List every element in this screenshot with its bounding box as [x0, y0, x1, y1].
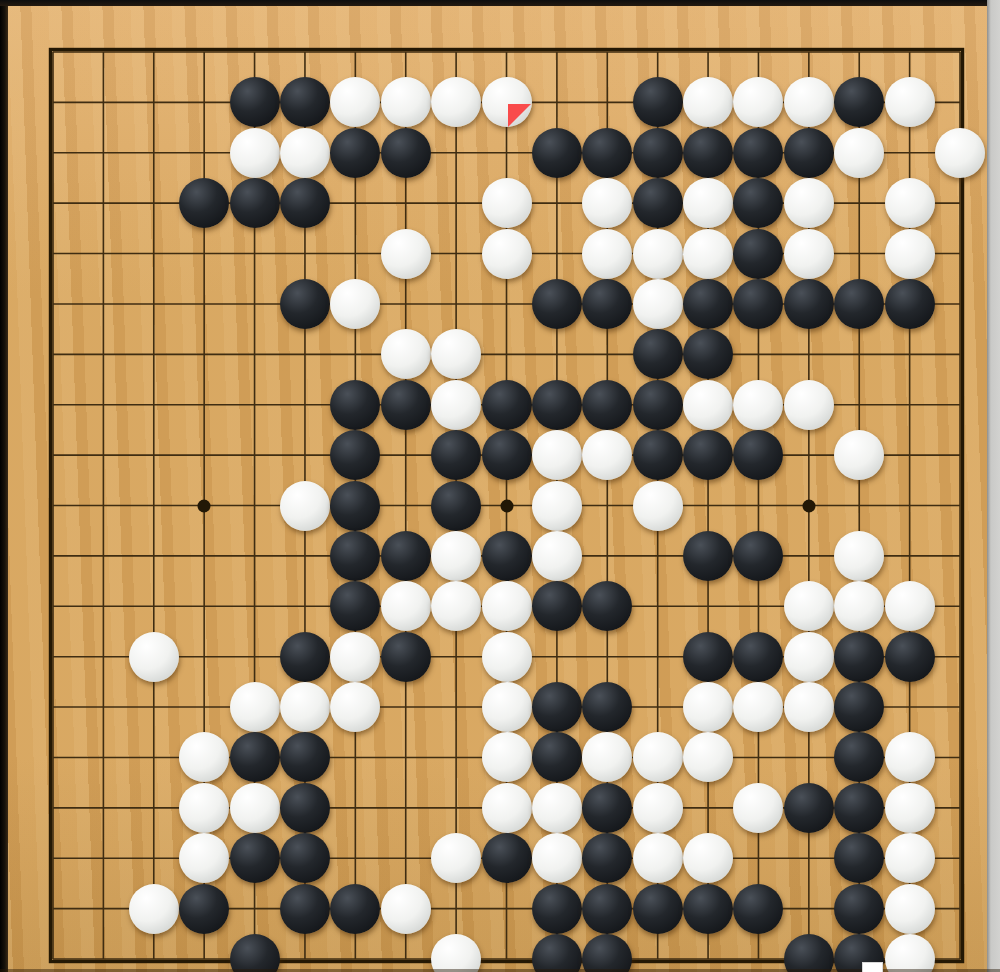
white-stone: ○	[733, 380, 783, 430]
star-point	[500, 499, 513, 512]
black-stone: ●	[381, 128, 431, 178]
black-stone: ●	[280, 783, 330, 833]
star-point	[198, 499, 211, 512]
white-stone: ○	[633, 732, 683, 782]
white-stone: ○	[381, 884, 431, 934]
white-stone: ○	[683, 178, 733, 228]
white-stone: ○	[431, 77, 481, 127]
black-stone: ●	[582, 581, 632, 631]
black-stone: ●	[230, 732, 280, 782]
black-stone: ●	[633, 430, 683, 480]
white-stone: ○	[784, 682, 834, 732]
black-stone: ●	[633, 128, 683, 178]
white-stone: ○	[582, 430, 632, 480]
black-stone: ●	[280, 279, 330, 329]
white-stone: ○	[381, 77, 431, 127]
white-stone: ○	[633, 833, 683, 883]
white-stone: ○	[280, 128, 330, 178]
black-stone: ●	[280, 632, 330, 682]
black-stone: ●	[834, 632, 884, 682]
black-stone: ●	[532, 279, 582, 329]
ui-artifact-box	[862, 962, 883, 972]
white-stone: ○	[330, 77, 380, 127]
black-stone: ●	[683, 531, 733, 581]
white-stone: ○	[179, 732, 229, 782]
white-stone: ○	[280, 682, 330, 732]
white-stone: ○	[532, 833, 582, 883]
black-stone: ●	[633, 178, 683, 228]
black-stone: ●	[532, 581, 582, 631]
black-stone: ●	[633, 884, 683, 934]
black-stone: ●	[683, 329, 733, 379]
go-app-window: { "game": "go", "board": { "size": 19, "…	[0, 0, 1000, 972]
black-stone: ●	[482, 430, 532, 480]
white-stone: ○	[683, 380, 733, 430]
white-stone: ○	[885, 229, 935, 279]
black-stone: ●	[733, 279, 783, 329]
black-stone: ●	[683, 279, 733, 329]
white-stone: ○	[482, 581, 532, 631]
black-stone: ●	[733, 632, 783, 682]
white-stone: ○	[482, 732, 532, 782]
black-stone: ●	[582, 682, 632, 732]
black-stone: ●	[280, 732, 330, 782]
white-stone: ○	[633, 279, 683, 329]
white-stone: ○	[431, 380, 481, 430]
white-stone: ○	[129, 632, 179, 682]
black-stone: ●	[280, 833, 330, 883]
white-stone: ○	[784, 380, 834, 430]
window-frame-left	[0, 0, 8, 972]
black-stone: ●	[784, 279, 834, 329]
white-stone: ○	[885, 178, 935, 228]
black-stone: ●	[280, 884, 330, 934]
white-stone: ○	[330, 279, 380, 329]
black-stone: ●	[230, 178, 280, 228]
white-stone: ○	[582, 732, 632, 782]
white-stone: ○	[633, 481, 683, 531]
white-stone: ○	[179, 833, 229, 883]
white-stone: ○	[885, 884, 935, 934]
black-stone: ●	[834, 884, 884, 934]
white-stone: ○	[431, 833, 481, 883]
white-stone: ○	[431, 329, 481, 379]
white-stone: ○	[834, 531, 884, 581]
black-stone: ●	[431, 430, 481, 480]
black-stone: ●	[834, 732, 884, 782]
white-stone: ○	[683, 732, 733, 782]
white-stone: ○	[733, 682, 783, 732]
black-stone: ●	[330, 481, 380, 531]
black-stone: ●	[381, 531, 431, 581]
black-stone: ●	[532, 380, 582, 430]
white-stone: ○	[683, 77, 733, 127]
white-stone: ○	[532, 531, 582, 581]
black-stone: ●	[582, 783, 632, 833]
black-stone: ●	[582, 279, 632, 329]
white-stone: ○	[431, 581, 481, 631]
black-stone: ●	[683, 632, 733, 682]
white-stone: ○	[482, 229, 532, 279]
white-stone: ○	[834, 128, 884, 178]
white-stone: ○	[885, 833, 935, 883]
black-stone: ●	[330, 380, 380, 430]
black-stone: ●	[733, 531, 783, 581]
black-stone: ●	[784, 783, 834, 833]
white-stone: ○	[784, 229, 834, 279]
white-stone: ○	[280, 481, 330, 531]
black-stone: ●	[330, 581, 380, 631]
white-stone: ○	[431, 531, 481, 581]
white-stone: ○	[885, 732, 935, 782]
white-stone: ○	[330, 682, 380, 732]
black-stone: ●	[280, 178, 330, 228]
white-stone: ○	[482, 682, 532, 732]
black-stone: ●	[733, 430, 783, 480]
white-stone: ○	[935, 128, 985, 178]
white-stone: ○	[834, 430, 884, 480]
black-stone: ●	[582, 128, 632, 178]
white-stone: ○	[784, 77, 834, 127]
white-stone: ○	[482, 178, 532, 228]
white-stone: ○	[733, 77, 783, 127]
last-move-marker-icon	[508, 104, 531, 127]
white-stone: ○	[381, 329, 431, 379]
window-frame-right	[987, 0, 1000, 972]
white-stone: ○	[784, 632, 834, 682]
white-stone: ○	[230, 682, 280, 732]
black-stone: ●	[381, 632, 431, 682]
black-stone: ●	[482, 833, 532, 883]
black-stone: ●	[582, 884, 632, 934]
white-stone: ○	[683, 682, 733, 732]
black-stone: ●	[330, 884, 380, 934]
black-stone: ●	[532, 128, 582, 178]
black-stone: ●	[683, 884, 733, 934]
white-stone: ○	[885, 783, 935, 833]
black-stone: ●	[834, 783, 884, 833]
black-stone: ●	[733, 229, 783, 279]
white-stone: ○	[532, 430, 582, 480]
black-stone: ●	[885, 632, 935, 682]
white-stone: ○	[633, 783, 683, 833]
black-stone: ●	[733, 178, 783, 228]
white-stone: ○	[683, 833, 733, 883]
black-stone: ●	[834, 279, 884, 329]
black-stone: ●	[230, 77, 280, 127]
white-stone: ○	[381, 581, 431, 631]
white-stone: ○	[482, 783, 532, 833]
black-stone: ●	[179, 884, 229, 934]
black-stone: ●	[532, 732, 582, 782]
white-stone: ○	[482, 632, 532, 682]
white-stone: ○	[230, 128, 280, 178]
black-stone: ●	[532, 682, 582, 732]
white-stone: ○	[582, 178, 632, 228]
white-stone: ○	[179, 783, 229, 833]
white-stone: ○	[129, 884, 179, 934]
black-stone: ●	[633, 329, 683, 379]
black-stone: ●	[280, 77, 330, 127]
star-point	[802, 499, 815, 512]
white-stone: ○	[885, 77, 935, 127]
black-stone: ●	[532, 884, 582, 934]
white-stone: ○	[330, 632, 380, 682]
white-stone: ○	[784, 178, 834, 228]
black-stone: ●	[683, 128, 733, 178]
black-stone: ●	[633, 77, 683, 127]
white-stone: ○	[733, 783, 783, 833]
white-stone: ○	[381, 229, 431, 279]
black-stone: ●	[330, 531, 380, 581]
white-stone: ○	[532, 481, 582, 531]
white-stone: ○	[683, 229, 733, 279]
black-stone: ●	[230, 833, 280, 883]
black-stone: ●	[582, 380, 632, 430]
black-stone: ●	[834, 682, 884, 732]
white-stone: ○	[230, 783, 280, 833]
white-stone: ○	[784, 581, 834, 631]
black-stone: ●	[784, 128, 834, 178]
black-stone: ●	[582, 833, 632, 883]
black-stone: ●	[885, 279, 935, 329]
black-stone: ●	[683, 430, 733, 480]
black-stone: ●	[381, 380, 431, 430]
white-stone: ○	[834, 581, 884, 631]
black-stone: ●	[733, 884, 783, 934]
black-stone: ●	[330, 128, 380, 178]
go-board[interactable]: ●●○○○○●○○○●○○○●●●●●●●●○○●●●○○●○●○○○○○○○●…	[0, 0, 1000, 972]
black-stone: ●	[431, 481, 481, 531]
black-stone: ●	[482, 531, 532, 581]
black-stone: ●	[834, 77, 884, 127]
white-stone: ○	[633, 229, 683, 279]
white-stone: ○	[582, 229, 632, 279]
white-stone: ○	[885, 581, 935, 631]
black-stone: ●	[482, 380, 532, 430]
window-frame-top	[0, 0, 1000, 6]
black-stone: ●	[330, 430, 380, 480]
black-stone: ●	[733, 128, 783, 178]
black-stone: ●	[633, 380, 683, 430]
black-stone: ●	[179, 178, 229, 228]
black-stone: ●	[834, 833, 884, 883]
white-stone: ○	[532, 783, 582, 833]
